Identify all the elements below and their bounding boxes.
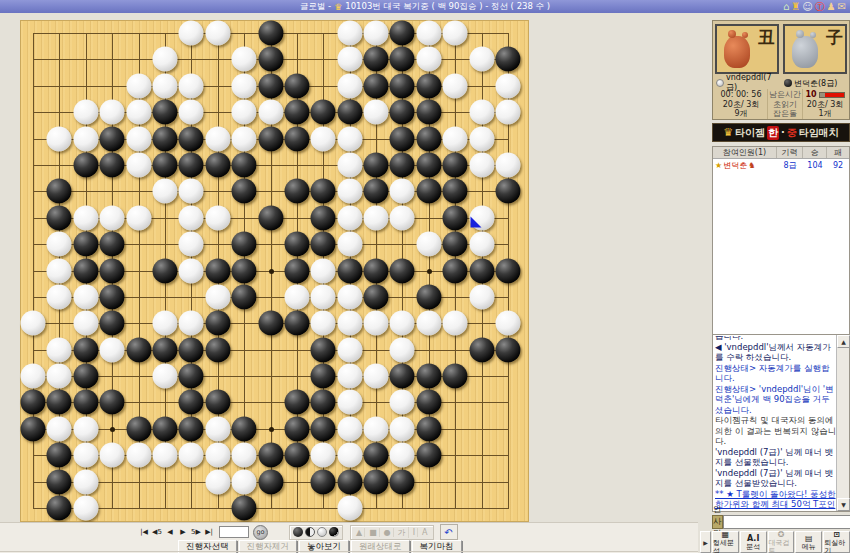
room-button[interactable]: ▦형세분석: [712, 531, 739, 553]
cow-avatar-icon: [724, 36, 750, 68]
white-stone: [337, 390, 362, 415]
white-stone: [232, 100, 257, 125]
white-stone: [337, 47, 362, 72]
room-button-label: 메뉴: [802, 543, 816, 551]
black-stone: [443, 179, 468, 204]
퇴실하기-icon: ⊡: [833, 530, 840, 539]
white-stone: [337, 311, 362, 336]
white-stone: [179, 179, 204, 204]
분석-icon: A.I: [747, 534, 759, 543]
white-stone: [416, 21, 441, 46]
divider: [0, 551, 698, 552]
scroll-down-icon[interactable]: ▼: [837, 498, 850, 511]
black-stone: [284, 100, 309, 125]
black-stone: [126, 337, 151, 362]
banner-han: 한: [767, 126, 779, 140]
right-panel: 丑 子 vndepddl(7급) 변덕춘(8급) 00: 00: 56 남은시간…: [712, 18, 850, 553]
black-stone: [152, 416, 177, 441]
tygem-icon[interactable]: Ⓣ: [815, 2, 825, 12]
black-stone: [390, 258, 415, 283]
white-stone: [152, 73, 177, 98]
black-stone: [73, 232, 98, 257]
black-stone: [390, 152, 415, 177]
nav-5-button[interactable]: ◀5: [151, 526, 163, 538]
black-stone: [126, 416, 151, 441]
black-stone: [205, 311, 230, 336]
white-stone: [47, 126, 72, 151]
white-stone: [47, 337, 72, 362]
black-stone: [416, 284, 441, 309]
undo-button[interactable]: ↶: [440, 524, 458, 540]
white-stone: [21, 364, 46, 389]
black-stone: [311, 469, 336, 494]
black-stone: [205, 258, 230, 283]
white-stone: [126, 100, 151, 125]
go-button[interactable]: go: [253, 525, 268, 540]
black-stone: [205, 390, 230, 415]
white-stone: [496, 152, 521, 177]
white-stone: [179, 21, 204, 46]
clock-stats: 00: 00: 56 남은시간 10 20초/ 3회 초읽기 20초/ 3회 9…: [715, 90, 849, 119]
black-stone: [100, 258, 125, 283]
white-stone: [100, 100, 125, 125]
white-stone: [337, 205, 362, 230]
participants-col-header: 참여인원(1): [713, 147, 777, 158]
black-stone: [496, 179, 521, 204]
room-button[interactable]: A.I분석: [740, 531, 767, 553]
black-stone: [364, 443, 389, 468]
chat-panel: 습니다.◀ 'vndepddl'님께서 자동계가를 수락 하셨습니다. 진행상태…: [712, 334, 850, 512]
greeting-button[interactable]: 인사말: [712, 515, 723, 529]
black-stone: [258, 311, 283, 336]
white-stone: [337, 232, 362, 257]
white-stone: [126, 73, 151, 98]
black-stone: [337, 469, 362, 494]
black-stone: [73, 337, 98, 362]
white-player-avatar: 丑: [715, 24, 779, 74]
chat-message: 타이젬규칙 및 대국자의 동의에 의한 이 결과는 번복되지 않습니다.: [715, 415, 837, 447]
black-stone: [258, 443, 283, 468]
white-stone: [205, 284, 230, 309]
black-stone: [416, 443, 441, 468]
black-stone: [205, 152, 230, 177]
white-stone: [47, 232, 72, 257]
white-stone: [311, 284, 336, 309]
black-stone: [311, 179, 336, 204]
black-stone: [311, 232, 336, 257]
castle-icon[interactable]: ♜: [791, 2, 800, 12]
black-stone: [152, 100, 177, 125]
white-stone: [469, 205, 494, 230]
chat-message: ** ★ T룰렛이 돌아왔다! 풍성한 한가위와 함께 최대 50억 T포인트의…: [715, 489, 837, 511]
star-point: [110, 427, 115, 432]
black-stone: [232, 284, 257, 309]
white-stone: [73, 126, 98, 151]
mouse-icon[interactable]: ☺: [802, 2, 812, 12]
black-stone: [232, 152, 257, 177]
participants-table: 참여인원(1)기력승패 ★변덕춘♞8급10492: [712, 146, 850, 356]
white-stone-icon: [716, 79, 724, 87]
black-stone: [364, 284, 389, 309]
black-stone: [100, 284, 125, 309]
chat-messages: 습니다.◀ 'vndepddl'님께서 자동계가를 수락 하셨습니다. 진행상태…: [715, 336, 837, 510]
white-stone: [390, 390, 415, 415]
review-toolbar: |◀◀5◀▶5▶▶| go ▲■●가IA ↶ 진행자선택진행자제거놓아보기원래상…: [0, 522, 698, 553]
white-stone: [337, 496, 362, 521]
white-stone: [390, 311, 415, 336]
greeting-row: 인사말: [712, 515, 850, 529]
black-zodiac-char: 子: [826, 26, 843, 49]
show-stones-icon[interactable]: [293, 527, 303, 537]
participant-row[interactable]: ★변덕춘♞8급10492: [713, 159, 849, 172]
star-point: [269, 269, 274, 274]
white-stone: [311, 258, 336, 283]
white-stone: [364, 100, 389, 125]
white-stone: [311, 126, 336, 151]
white-stone: [496, 100, 521, 125]
black-stone: [47, 205, 72, 230]
white-stone: [469, 152, 494, 177]
black-stone: [284, 443, 309, 468]
white-player-name-row: vndepddl(7급): [716, 77, 782, 89]
white-stone: [443, 311, 468, 336]
black-stone: [390, 100, 415, 125]
black-stone: [416, 416, 441, 441]
buddy-icon[interactable]: ♟: [827, 2, 836, 12]
black-stone: [73, 258, 98, 283]
black-stone: [416, 364, 441, 389]
home-icon[interactable]: ⌂: [783, 2, 789, 12]
white-stone: [284, 284, 309, 309]
scroll-up-icon[interactable]: ▲: [837, 335, 850, 348]
participants-header: 참여인원(1)기력승패: [713, 147, 849, 159]
black-stone: [100, 232, 125, 257]
black-stone: [443, 232, 468, 257]
white-stone: [364, 205, 389, 230]
nav--button[interactable]: ◀: [164, 526, 176, 538]
move-navigation-row: |◀◀5◀▶5▶▶| go ▲■●가IA ↶: [138, 525, 458, 539]
black-stone: [152, 152, 177, 177]
white-stone: [73, 416, 98, 441]
black-stone: [337, 100, 362, 125]
white-stone: [364, 364, 389, 389]
black-stone: [416, 390, 441, 415]
black-stone: [311, 337, 336, 362]
white-stone: [469, 126, 494, 151]
trophy-icon: ♛: [723, 126, 733, 139]
show-half-numbers-icon[interactable]: [305, 527, 315, 537]
markup-tool-icon: A: [420, 528, 429, 537]
black-stone: [390, 364, 415, 389]
black-stone: [258, 205, 283, 230]
white-stone: [443, 73, 468, 98]
white-stone: [443, 21, 468, 46]
participants-col-header: 승: [803, 147, 827, 158]
white-stone: [337, 179, 362, 204]
white-stone: [337, 364, 362, 389]
black-stone: [73, 152, 98, 177]
stone-display-toolgroup: [289, 525, 343, 540]
white-stone: [126, 126, 151, 151]
black-stone: [364, 469, 389, 494]
markup-tool-icon: ●: [382, 528, 394, 537]
white-stone: [205, 469, 230, 494]
black-stone: [47, 179, 72, 204]
last-move-triangle-marker: [470, 216, 481, 227]
white-stone: [390, 179, 415, 204]
white-captures: 9개: [715, 108, 767, 119]
메뉴-icon: ▤: [805, 534, 813, 543]
black-stone: [179, 390, 204, 415]
black-stone: [364, 179, 389, 204]
대국검토-icon: ✪: [778, 530, 785, 539]
room-button-label: 대국검토: [769, 539, 794, 553]
title-bar: 글로벌 - ♛ 10103번 대국 복기중 ( 백 90집승 ) - 정선 ( …: [0, 0, 850, 13]
mouse-avatar-icon: [792, 36, 818, 68]
black-stone: [47, 496, 72, 521]
captures-label: 잡은돌: [767, 108, 803, 119]
black-stone: [47, 469, 72, 494]
white-stone: [311, 443, 336, 468]
black-stone: [232, 179, 257, 204]
black-stone: [390, 126, 415, 151]
white-stone: [469, 284, 494, 309]
markup-tool-icon: 가: [396, 527, 409, 538]
black-stone: [100, 126, 125, 151]
white-stone: [179, 205, 204, 230]
black-stone: [311, 205, 336, 230]
black-player-name-row: 변덕춘(8급): [784, 77, 850, 89]
white-stone: [337, 443, 362, 468]
room-button[interactable]: ▤메뉴: [795, 531, 822, 553]
black-stone: [258, 469, 283, 494]
white-stone: [73, 469, 98, 494]
white-stone: [100, 205, 125, 230]
white-stone: [152, 364, 177, 389]
markup-tool-icon: ■: [367, 528, 380, 537]
participants-col-header: 기력: [777, 147, 803, 158]
black-stone: [73, 364, 98, 389]
white-stone: [416, 47, 441, 72]
white-stone: [47, 258, 72, 283]
white-stone: [390, 416, 415, 441]
participant-losses: 92: [827, 161, 849, 170]
go-board[interactable]: [20, 20, 529, 522]
black-stone: [205, 337, 230, 362]
black-stone: [416, 73, 441, 98]
black-stone: [284, 73, 309, 98]
white-stone: [179, 232, 204, 257]
mail-icon[interactable]: ✉: [838, 2, 846, 12]
black-stone: [258, 126, 283, 151]
white-stone: [152, 311, 177, 336]
white-stone: [258, 100, 283, 125]
white-stone: [496, 73, 521, 98]
black-stone: [232, 496, 257, 521]
show-all-numbers-icon[interactable]: [329, 527, 339, 537]
black-stone: [390, 47, 415, 72]
black-stone: [311, 364, 336, 389]
grid-line-h: [33, 508, 509, 509]
white-stone: [337, 152, 362, 177]
white-stone: [152, 47, 177, 72]
black-stone: [364, 73, 389, 98]
white-stone: [232, 73, 257, 98]
white-stone: [205, 416, 230, 441]
black-stone: [284, 390, 309, 415]
black-stone: [443, 364, 468, 389]
black-stone: [364, 258, 389, 283]
crown-icon: ♛: [334, 2, 342, 12]
black-stone: [284, 416, 309, 441]
room-buttons-row: ▦형세분석A.I분석✪대국검토▤메뉴⊡퇴실하기: [712, 531, 850, 553]
black-stone: [416, 100, 441, 125]
black-stone: [496, 258, 521, 283]
white-stone: [469, 232, 494, 257]
participants-col-header: 패: [827, 147, 849, 158]
white-stone: [73, 205, 98, 230]
white-stone: [337, 284, 362, 309]
white-stone: [126, 152, 151, 177]
white-stone: [47, 416, 72, 441]
nav--button[interactable]: |◀: [138, 526, 150, 538]
white-stone: [152, 179, 177, 204]
white-stone: [126, 443, 151, 468]
white-stone: [73, 443, 98, 468]
chat-scrollbar[interactable]: ▲ ▼: [836, 335, 849, 511]
black-stone: [179, 416, 204, 441]
white-stone: [390, 337, 415, 362]
banner-dot: ·: [781, 127, 785, 138]
black-stone: [152, 337, 177, 362]
white-stone: [152, 443, 177, 468]
chat-message: ◀ 'vndepddl'님께서 자동계가를 수락 하셨습니다.: [715, 342, 837, 363]
black-stone: [416, 179, 441, 204]
black-stone: [284, 179, 309, 204]
white-stone: [47, 284, 72, 309]
white-stone: [21, 311, 46, 336]
black-stone: [311, 390, 336, 415]
room-button-label: 분석: [746, 543, 760, 551]
nav-5-button[interactable]: 5▶: [190, 526, 202, 538]
white-stone: [179, 100, 204, 125]
move-number-input[interactable]: [219, 526, 249, 538]
black-stone: [21, 390, 46, 415]
room-button[interactable]: ⊡퇴실하기: [823, 531, 850, 553]
black-stone: [73, 390, 98, 415]
black-stone: [232, 232, 257, 257]
white-stone: [416, 311, 441, 336]
white-stone: [100, 337, 125, 362]
banner-jung: 중: [787, 126, 797, 140]
show-white-icon[interactable]: [317, 527, 327, 537]
black-stone: [284, 232, 309, 257]
black-stone: [152, 126, 177, 151]
black-stone: [390, 21, 415, 46]
panel-expander-button[interactable]: ▶: [700, 531, 711, 553]
white-stone: [100, 443, 125, 468]
형세분석-icon: ▦: [722, 530, 730, 539]
white-stone: [337, 337, 362, 362]
room-button-label: 퇴실하기: [824, 539, 849, 553]
white-stone: [73, 100, 98, 125]
nav--button[interactable]: ▶|: [203, 526, 215, 538]
black-stone: [469, 258, 494, 283]
white-stone: [232, 469, 257, 494]
white-stone: [232, 443, 257, 468]
markup-toolgroup: ▲■●가IA: [350, 525, 434, 540]
black-player-avatar: 子: [783, 24, 847, 74]
white-stone: [469, 47, 494, 72]
markup-tool-icon: ▲: [354, 528, 365, 537]
black-stone: [152, 258, 177, 283]
event-banner: ♛ 타이젬 한 · 중 타임매치: [712, 123, 850, 142]
white-stone: [73, 311, 98, 336]
black-player-name: 변덕춘(8급): [794, 78, 837, 89]
black-stone: [284, 311, 309, 336]
white-stone: [205, 126, 230, 151]
white-stone: [179, 73, 204, 98]
chat-input[interactable]: [723, 515, 850, 529]
black-stone: [443, 258, 468, 283]
white-stone: [179, 258, 204, 283]
black-stone: [496, 47, 521, 72]
black-stone: [390, 73, 415, 98]
white-stone: [73, 496, 98, 521]
black-stone: [100, 152, 125, 177]
player-card: 丑 子 vndepddl(7급) 변덕춘(8급) 00: 00: 56 남은시간…: [712, 20, 850, 120]
participant-wins: 104: [803, 161, 827, 170]
banner-text-1: 타이젬: [735, 126, 765, 140]
white-stone: [337, 126, 362, 151]
black-stone: [179, 152, 204, 177]
black-stone: [47, 390, 72, 415]
black-stone: [258, 21, 283, 46]
black-stone: [469, 337, 494, 362]
black-stone: [232, 416, 257, 441]
white-stone: [337, 73, 362, 98]
markup-tool-icon: I: [411, 528, 418, 537]
white-stone: [126, 205, 151, 230]
white-stone: [443, 126, 468, 151]
chat-message: 진행상태> 'vndepddl'님이 '변덕춘'님에게 백 90집승을 거두셨습…: [715, 384, 837, 416]
white-stone: [179, 443, 204, 468]
star-point: [427, 269, 432, 274]
chat-message: 'vndepddl (7급)' 님께 매너 뱃지를 선물했습니다.: [715, 447, 837, 468]
title-game-label: 10103번 대국 복기중 ( 백 90집승 ) - 정선 ( 238 수 ): [345, 1, 550, 13]
black-stone: [179, 364, 204, 389]
white-stone: [47, 364, 72, 389]
black-stone: [179, 126, 204, 151]
white-zodiac-char: 丑: [758, 26, 775, 49]
white-stone: [205, 205, 230, 230]
white-stone: [337, 416, 362, 441]
black-stone: [100, 390, 125, 415]
black-stone: [311, 416, 336, 441]
black-stone: [416, 152, 441, 177]
medal-icon: ★: [715, 161, 722, 170]
black-stone: [443, 205, 468, 230]
black-stone: [496, 337, 521, 362]
black-stone: [232, 258, 257, 283]
participant-rank: 8급: [777, 160, 803, 171]
nav--button[interactable]: ▶: [177, 526, 189, 538]
black-stone: [258, 73, 283, 98]
white-stone: [496, 311, 521, 336]
black-stone: [390, 469, 415, 494]
chat-message: 진행상태> 자동계가를 실행합니다.: [715, 363, 837, 384]
white-stone: [364, 311, 389, 336]
